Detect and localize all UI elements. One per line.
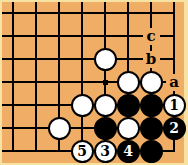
black-stone [140, 94, 163, 117]
white-stone [140, 71, 163, 94]
diagram-frame: cba12534 [0, 0, 188, 165]
black-stone [117, 94, 140, 117]
point-label-c: c [143, 28, 160, 45]
white-stone-move-3: 3 [94, 140, 117, 163]
black-stone [140, 117, 163, 140]
white-stone [117, 117, 140, 140]
white-stone [117, 71, 140, 94]
white-stone-move-1: 1 [163, 94, 186, 117]
black-stone-move-4: 4 [117, 140, 140, 163]
white-stone [94, 48, 117, 71]
black-stone-move-2: 2 [163, 117, 186, 140]
hoshi-marker [103, 80, 108, 85]
white-stone [71, 94, 94, 117]
go-board: cba12534 [2, 2, 184, 163]
black-stone [140, 140, 163, 163]
white-stone [48, 117, 71, 140]
white-stone-move-5: 5 [71, 140, 94, 163]
point-label-b: b [143, 51, 160, 68]
point-label-a: a [166, 74, 183, 91]
black-stone [94, 117, 117, 140]
white-stone [94, 94, 117, 117]
